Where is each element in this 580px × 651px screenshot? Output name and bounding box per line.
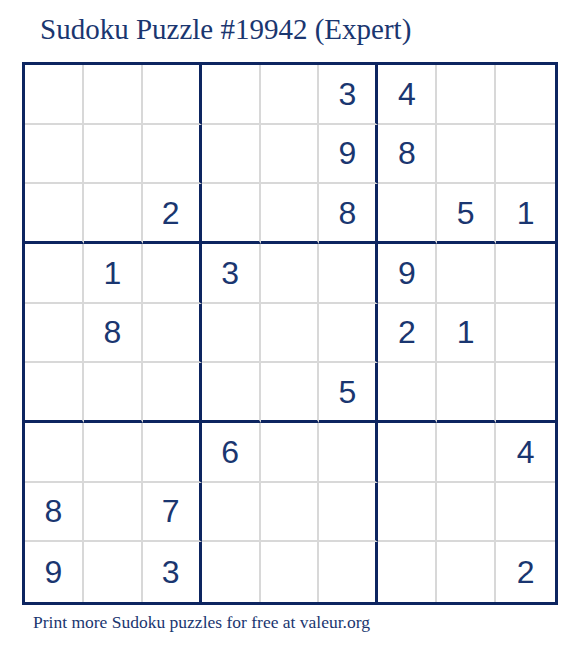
cell-r7c1[interactable] — [25, 423, 84, 483]
cell-r5c9[interactable] — [496, 304, 555, 364]
cell-r1c5[interactable] — [261, 65, 320, 125]
cell-r8c3[interactable]: 7 — [143, 483, 202, 543]
cell-r7c3[interactable] — [143, 423, 202, 483]
cell-r8c4[interactable] — [202, 483, 261, 543]
cell-r4c3[interactable] — [143, 244, 202, 304]
cell-r1c2[interactable] — [84, 65, 143, 125]
cell-r9c5[interactable] — [261, 542, 320, 602]
cell-r1c8[interactable] — [437, 65, 496, 125]
cell-r6c1[interactable] — [25, 363, 84, 423]
cell-r3c8[interactable]: 5 — [437, 184, 496, 244]
cell-r7c8[interactable] — [437, 423, 496, 483]
cell-r8c8[interactable] — [437, 483, 496, 543]
cell-r1c4[interactable] — [202, 65, 261, 125]
cell-r3c2[interactable] — [84, 184, 143, 244]
cell-r5c8[interactable]: 1 — [437, 304, 496, 364]
cell-r5c1[interactable] — [25, 304, 84, 364]
cell-r4c9[interactable] — [496, 244, 555, 304]
cell-r5c6[interactable] — [319, 304, 378, 364]
cell-r3c9[interactable]: 1 — [496, 184, 555, 244]
cell-r2c5[interactable] — [261, 125, 320, 185]
cell-r7c5[interactable] — [261, 423, 320, 483]
cell-r2c8[interactable] — [437, 125, 496, 185]
cell-r7c2[interactable] — [84, 423, 143, 483]
cell-r4c6[interactable] — [319, 244, 378, 304]
cell-r7c6[interactable] — [319, 423, 378, 483]
cell-r5c7[interactable]: 2 — [378, 304, 437, 364]
cell-r9c2[interactable] — [84, 542, 143, 602]
cell-r2c7[interactable]: 8 — [378, 125, 437, 185]
cell-r4c1[interactable] — [25, 244, 84, 304]
cell-r8c1[interactable]: 8 — [25, 483, 84, 543]
cell-r3c6[interactable]: 8 — [319, 184, 378, 244]
cell-r6c7[interactable] — [378, 363, 437, 423]
cell-r3c1[interactable] — [25, 184, 84, 244]
cell-r2c9[interactable] — [496, 125, 555, 185]
cell-r4c2[interactable]: 1 — [84, 244, 143, 304]
cell-r6c5[interactable] — [261, 363, 320, 423]
cell-r3c5[interactable] — [261, 184, 320, 244]
page-title: Sudoku Puzzle #19942 (Expert) — [40, 13, 411, 46]
cell-r8c6[interactable] — [319, 483, 378, 543]
cell-r2c2[interactable] — [84, 125, 143, 185]
cell-r9c7[interactable] — [378, 542, 437, 602]
cell-r5c3[interactable] — [143, 304, 202, 364]
cell-r1c9[interactable] — [496, 65, 555, 125]
cell-r1c1[interactable] — [25, 65, 84, 125]
cell-r7c9[interactable]: 4 — [496, 423, 555, 483]
cell-r3c3[interactable]: 2 — [143, 184, 202, 244]
cell-r5c2[interactable]: 8 — [84, 304, 143, 364]
footer-credit-text: Print more Sudoku puzzles for free at va… — [33, 612, 370, 633]
cell-r2c1[interactable] — [25, 125, 84, 185]
cell-r4c4[interactable]: 3 — [202, 244, 261, 304]
cell-r8c7[interactable] — [378, 483, 437, 543]
cell-r6c9[interactable] — [496, 363, 555, 423]
sudoku-board: 3498285113982156487932 — [22, 62, 558, 605]
cell-r4c5[interactable] — [261, 244, 320, 304]
cell-r2c6[interactable]: 9 — [319, 125, 378, 185]
cell-r7c4[interactable]: 6 — [202, 423, 261, 483]
cell-r3c7[interactable] — [378, 184, 437, 244]
cell-r3c4[interactable] — [202, 184, 261, 244]
cell-r9c6[interactable] — [319, 542, 378, 602]
cell-r6c8[interactable] — [437, 363, 496, 423]
cell-r1c7[interactable]: 4 — [378, 65, 437, 125]
cell-r6c2[interactable] — [84, 363, 143, 423]
cell-r1c3[interactable] — [143, 65, 202, 125]
cell-r9c3[interactable]: 3 — [143, 542, 202, 602]
cell-r5c4[interactable] — [202, 304, 261, 364]
cell-r8c5[interactable] — [261, 483, 320, 543]
cell-r2c3[interactable] — [143, 125, 202, 185]
cell-r2c4[interactable] — [202, 125, 261, 185]
cell-r7c7[interactable] — [378, 423, 437, 483]
cell-r8c2[interactable] — [84, 483, 143, 543]
cell-r9c1[interactable]: 9 — [25, 542, 84, 602]
cell-r9c9[interactable]: 2 — [496, 542, 555, 602]
cell-r6c4[interactable] — [202, 363, 261, 423]
cell-r6c3[interactable] — [143, 363, 202, 423]
cell-r1c6[interactable]: 3 — [319, 65, 378, 125]
cell-r5c5[interactable] — [261, 304, 320, 364]
cell-r4c7[interactable]: 9 — [378, 244, 437, 304]
cell-r9c8[interactable] — [437, 542, 496, 602]
cell-r6c6[interactable]: 5 — [319, 363, 378, 423]
cell-r9c4[interactable] — [202, 542, 261, 602]
cell-r4c8[interactable] — [437, 244, 496, 304]
cell-r8c9[interactable] — [496, 483, 555, 543]
